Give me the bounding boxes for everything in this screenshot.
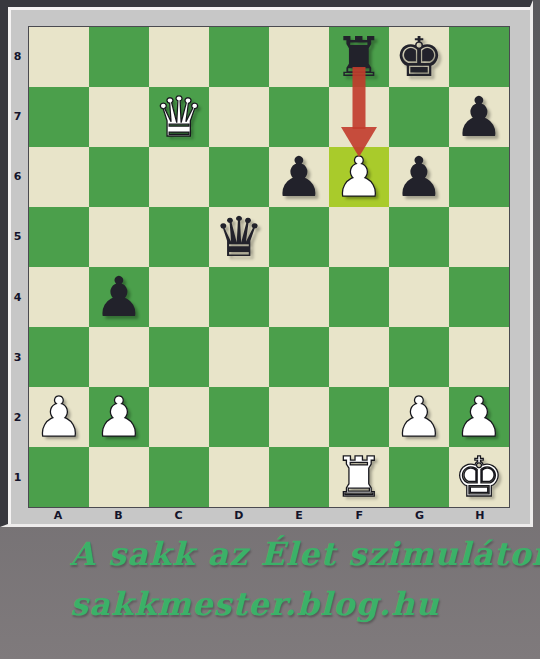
caption-line2: sakkmester.blog.hu (70, 585, 540, 623)
square-c6[interactable] (149, 147, 209, 207)
rank-label-8: 8 (9, 26, 26, 86)
square-b5[interactable] (89, 207, 149, 267)
piece-black-pawn[interactable]: ♟ (394, 150, 443, 205)
piece-white-pawn[interactable]: ♟ (394, 390, 443, 445)
piece-white-pawn[interactable]: ♟ (94, 390, 143, 445)
square-d1[interactable] (209, 447, 269, 507)
square-c5[interactable] (149, 207, 209, 267)
square-d2[interactable] (209, 387, 269, 447)
square-e1[interactable] (269, 447, 329, 507)
caption-line1: A sakk az Élet szimulátora (70, 535, 540, 573)
board-area: ♜♚♛♟♟♟♟♛♟♟♟♟♟♜♚ (28, 26, 510, 508)
rank-label-6: 6 (9, 147, 26, 207)
square-h1[interactable]: ♚ (449, 447, 509, 507)
square-c1[interactable] (149, 447, 209, 507)
square-e4[interactable] (269, 267, 329, 327)
square-h3[interactable] (449, 327, 509, 387)
square-f4[interactable] (329, 267, 389, 327)
square-d7[interactable] (209, 87, 269, 147)
square-e5[interactable] (269, 207, 329, 267)
square-b7[interactable] (89, 87, 149, 147)
square-h8[interactable] (449, 27, 509, 87)
square-f3[interactable] (329, 327, 389, 387)
square-d8[interactable] (209, 27, 269, 87)
piece-white-king[interactable]: ♚ (454, 450, 503, 505)
square-b6[interactable] (89, 147, 149, 207)
square-b1[interactable] (89, 447, 149, 507)
square-a3[interactable] (29, 327, 89, 387)
caption: A sakk az Élet szimulátora sakkmester.bl… (70, 535, 540, 623)
square-e6[interactable]: ♟ (269, 147, 329, 207)
piece-white-pawn[interactable]: ♟ (334, 150, 383, 205)
screenshot-background: 87654321 ♜♚♛♟♟♟♟♛♟♟♟♟♟♜♚ ABCDEFGH A sakk… (0, 0, 540, 659)
file-label-f: F (329, 508, 389, 523)
square-e7[interactable] (269, 87, 329, 147)
piece-black-pawn[interactable]: ♟ (454, 90, 503, 145)
square-h2[interactable]: ♟ (449, 387, 509, 447)
file-labels: ABCDEFGH (28, 508, 510, 523)
square-a1[interactable] (29, 447, 89, 507)
square-g6[interactable]: ♟ (389, 147, 449, 207)
piece-black-rook[interactable]: ♜ (334, 30, 383, 85)
piece-black-queen[interactable]: ♛ (214, 210, 263, 265)
square-c7[interactable]: ♛ (149, 87, 209, 147)
square-a2[interactable]: ♟ (29, 387, 89, 447)
square-g5[interactable] (389, 207, 449, 267)
file-label-b: B (88, 508, 148, 523)
square-e3[interactable] (269, 327, 329, 387)
square-b8[interactable] (89, 27, 149, 87)
rank-label-1: 1 (9, 448, 26, 508)
square-a6[interactable] (29, 147, 89, 207)
square-e8[interactable] (269, 27, 329, 87)
square-g3[interactable] (389, 327, 449, 387)
square-f8[interactable]: ♜ (329, 27, 389, 87)
square-d3[interactable] (209, 327, 269, 387)
square-f5[interactable] (329, 207, 389, 267)
chess-board: ♜♚♛♟♟♟♟♛♟♟♟♟♟♜♚ (29, 27, 509, 507)
rank-label-7: 7 (9, 86, 26, 146)
square-a8[interactable] (29, 27, 89, 87)
square-c8[interactable] (149, 27, 209, 87)
file-label-a: A (28, 508, 88, 523)
piece-white-pawn[interactable]: ♟ (454, 390, 503, 445)
piece-black-king[interactable]: ♚ (394, 30, 443, 85)
square-f6[interactable]: ♟ (329, 147, 389, 207)
square-a5[interactable] (29, 207, 89, 267)
square-h5[interactable] (449, 207, 509, 267)
file-label-g: G (390, 508, 450, 523)
rank-label-2: 2 (9, 388, 26, 448)
square-g7[interactable] (389, 87, 449, 147)
square-g8[interactable]: ♚ (389, 27, 449, 87)
file-label-d: D (209, 508, 269, 523)
square-h6[interactable] (449, 147, 509, 207)
rank-label-4: 4 (9, 267, 26, 327)
square-g2[interactable]: ♟ (389, 387, 449, 447)
piece-white-pawn[interactable]: ♟ (34, 390, 83, 445)
square-c4[interactable] (149, 267, 209, 327)
square-b2[interactable]: ♟ (89, 387, 149, 447)
board-frame: 87654321 ♜♚♛♟♟♟♟♛♟♟♟♟♟♜♚ ABCDEFGH (0, 0, 533, 527)
rank-label-5: 5 (9, 207, 26, 267)
rank-labels: 87654321 (9, 26, 26, 508)
square-a7[interactable] (29, 87, 89, 147)
rank-label-3: 3 (9, 327, 26, 387)
square-a4[interactable] (29, 267, 89, 327)
square-h7[interactable]: ♟ (449, 87, 509, 147)
square-e2[interactable] (269, 387, 329, 447)
square-d6[interactable] (209, 147, 269, 207)
square-g1[interactable] (389, 447, 449, 507)
square-b4[interactable]: ♟ (89, 267, 149, 327)
square-g4[interactable] (389, 267, 449, 327)
piece-black-pawn[interactable]: ♟ (94, 270, 143, 325)
file-label-h: H (450, 508, 510, 523)
square-f7[interactable] (329, 87, 389, 147)
square-c2[interactable] (149, 387, 209, 447)
file-label-c: C (149, 508, 209, 523)
piece-white-rook[interactable]: ♜ (334, 450, 383, 505)
square-h4[interactable] (449, 267, 509, 327)
piece-black-pawn[interactable]: ♟ (274, 150, 323, 205)
square-d4[interactable] (209, 267, 269, 327)
square-f1[interactable]: ♜ (329, 447, 389, 507)
square-d5[interactable]: ♛ (209, 207, 269, 267)
square-f2[interactable] (329, 387, 389, 447)
square-c3[interactable] (149, 327, 209, 387)
square-b3[interactable] (89, 327, 149, 387)
file-label-e: E (269, 508, 329, 523)
piece-white-queen[interactable]: ♛ (154, 90, 203, 145)
